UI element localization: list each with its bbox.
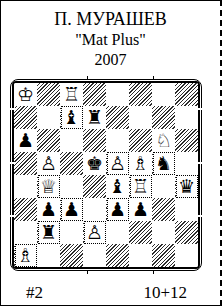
white-rook-c8: ♖ xyxy=(63,83,80,106)
problem-caption: #2 10+12 xyxy=(1,284,220,302)
square-b8 xyxy=(37,83,60,106)
white-queen-b4: ♕ xyxy=(40,176,57,197)
piece-halo: ♙ xyxy=(84,221,106,244)
frame-seam xyxy=(153,270,154,274)
white-pawn-e5: ♙ xyxy=(109,153,126,174)
square-b4: ♕ xyxy=(37,175,60,198)
square-h5 xyxy=(175,152,198,175)
square-g8 xyxy=(152,83,175,106)
square-f4: ♖ xyxy=(129,175,152,198)
frame-seam xyxy=(9,162,15,164)
printed-problem-page: П. МУРАШЕВ "Mat Plus" 2007 ♔♖♝♜♟♘♙♚♙♗♞♕♝… xyxy=(0,0,222,306)
frame-seam xyxy=(9,108,15,110)
square-d7: ♜ xyxy=(83,106,106,129)
square-e5: ♙ xyxy=(106,152,129,175)
black-king-d5: ♚ xyxy=(86,152,103,175)
frame-seam xyxy=(198,108,204,110)
piece-halo: ♝ xyxy=(61,106,83,129)
square-b1 xyxy=(37,244,60,267)
white-king-a8: ♔ xyxy=(17,83,34,106)
square-h1 xyxy=(175,244,198,267)
white-pawn-d2: ♙ xyxy=(86,222,103,243)
square-d6 xyxy=(83,129,106,152)
square-b7 xyxy=(37,106,60,129)
frame-seam xyxy=(87,270,88,274)
square-d2: ♙ xyxy=(83,221,106,244)
square-g3 xyxy=(152,198,175,221)
square-d8 xyxy=(83,83,106,106)
piece-halo: ♖ xyxy=(130,175,152,198)
square-e2 xyxy=(106,221,129,244)
square-f1 xyxy=(129,244,152,267)
piece-halo: ♗ xyxy=(15,244,37,267)
square-a2 xyxy=(14,221,37,244)
square-b6 xyxy=(37,129,60,152)
black-bishop-c7: ♝ xyxy=(63,107,80,128)
caption-stipulation: #2 xyxy=(26,284,43,302)
piece-halo: ♞ xyxy=(153,152,175,175)
black-bishop-e4: ♝ xyxy=(109,175,126,198)
white-knight-g6: ♘ xyxy=(155,129,172,152)
square-c4 xyxy=(60,175,83,198)
square-g6: ♘ xyxy=(152,129,175,152)
square-h8 xyxy=(175,83,198,106)
square-f6 xyxy=(129,129,152,152)
problem-author: П. МУРАШЕВ xyxy=(1,8,220,30)
frame-seam xyxy=(153,76,154,80)
square-c3: ♟ xyxy=(60,198,83,221)
square-a1: ♗ xyxy=(14,244,37,267)
square-a6: ♟ xyxy=(14,129,37,152)
square-c8: ♖ xyxy=(60,83,83,106)
black-queen-h4: ♛ xyxy=(178,176,195,197)
square-c6 xyxy=(60,129,83,152)
square-h7 xyxy=(175,106,198,129)
square-e4: ♝ xyxy=(106,175,129,198)
square-d1 xyxy=(83,244,106,267)
square-d5: ♚ xyxy=(83,152,106,175)
square-a7 xyxy=(14,106,37,129)
black-rook-b2: ♜ xyxy=(40,222,57,243)
square-g7 xyxy=(152,106,175,129)
board-outer-border: ♔♖♝♜♟♘♙♚♙♗♞♕♝♖♛♟♟♟♟♜♙♗ xyxy=(10,79,202,271)
square-c7: ♝ xyxy=(60,106,83,129)
frame-seam xyxy=(198,162,204,164)
square-e7 xyxy=(106,106,129,129)
frame-seam xyxy=(9,215,15,217)
piece-halo: ♙ xyxy=(107,152,129,175)
square-e1 xyxy=(106,244,129,267)
square-e8 xyxy=(106,83,129,106)
black-pawn-f3: ♟ xyxy=(132,198,149,221)
chessboard: ♔♖♝♜♟♘♙♚♙♗♞♕♝♖♛♟♟♟♟♜♙♗ xyxy=(14,83,198,267)
square-e3: ♟ xyxy=(106,198,129,221)
square-g4 xyxy=(152,175,175,198)
square-d4 xyxy=(83,175,106,198)
black-pawn-a6: ♟ xyxy=(17,129,34,152)
square-e6 xyxy=(106,129,129,152)
piece-halo: ♕ xyxy=(38,175,60,198)
square-c5 xyxy=(60,152,83,175)
chessboard-frame: ♔♖♝♜♟♘♙♚♙♗♞♕♝♖♛♟♟♟♟♜♙♗ xyxy=(10,79,203,271)
problem-header: П. МУРАШЕВ "Mat Plus" 2007 xyxy=(1,1,220,70)
square-b2: ♜ xyxy=(37,221,60,244)
caption-material: 10+12 xyxy=(143,284,187,302)
square-g2 xyxy=(152,221,175,244)
square-f8 xyxy=(129,83,152,106)
problem-year: 2007 xyxy=(1,50,220,70)
frame-seam xyxy=(87,76,88,80)
square-h6 xyxy=(175,129,198,152)
square-f7 xyxy=(129,106,152,129)
black-knight-g5: ♞ xyxy=(155,153,172,174)
white-rook-f4: ♖ xyxy=(132,176,149,197)
square-h3 xyxy=(175,198,198,221)
black-pawn-c3: ♟ xyxy=(63,199,80,220)
board-inner-border: ♔♖♝♜♟♘♙♚♙♗♞♕♝♖♛♟♟♟♟♜♙♗ xyxy=(12,81,200,269)
square-h2 xyxy=(175,221,198,244)
square-c1 xyxy=(60,244,83,267)
white-bishop-f5: ♗ xyxy=(132,152,149,175)
square-f5: ♗ xyxy=(129,152,152,175)
square-a4 xyxy=(14,175,37,198)
square-f3: ♟ xyxy=(129,198,152,221)
square-h4: ♛ xyxy=(175,175,198,198)
piece-halo: ♛ xyxy=(176,175,198,198)
piece-halo: ♟ xyxy=(107,198,129,221)
square-a3 xyxy=(14,198,37,221)
square-g1 xyxy=(152,244,175,267)
problem-source: "Mat Plus" xyxy=(1,30,220,50)
black-pawn-e3: ♟ xyxy=(109,199,126,220)
square-a5 xyxy=(14,152,37,175)
square-a8: ♔ xyxy=(14,83,37,106)
square-f2 xyxy=(129,221,152,244)
black-pawn-b3: ♟ xyxy=(40,198,57,221)
white-pawn-b5: ♙ xyxy=(40,152,57,175)
piece-halo: ♟ xyxy=(61,198,83,221)
square-b3: ♟ xyxy=(37,198,60,221)
piece-halo: ♜ xyxy=(38,221,60,244)
square-g5: ♞ xyxy=(152,152,175,175)
square-d3 xyxy=(83,198,106,221)
black-rook-d7: ♜ xyxy=(86,106,103,129)
square-c2 xyxy=(60,221,83,244)
square-b5: ♙ xyxy=(37,152,60,175)
frame-seam xyxy=(198,215,204,217)
white-bishop-a1: ♗ xyxy=(17,245,34,266)
